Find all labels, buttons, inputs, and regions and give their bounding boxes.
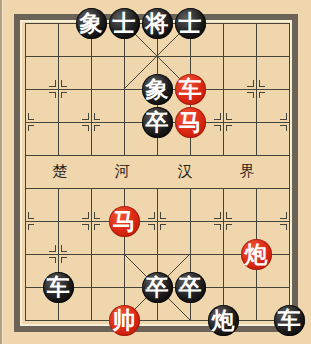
piece-black-soldier[interactable]: 卒	[142, 272, 173, 303]
piece-black-soldier[interactable]: 卒	[175, 272, 206, 303]
piece-glyph: 车	[47, 276, 70, 299]
piece-glyph: 炮	[245, 243, 268, 266]
piece-red-horse[interactable]: 马	[175, 107, 206, 138]
piece-glyph: 帅	[113, 309, 136, 332]
piece-black-soldier[interactable]: 卒	[142, 107, 173, 138]
piece-black-advisor[interactable]: 士	[175, 8, 206, 39]
piece-black-chariot[interactable]: 车	[43, 272, 74, 303]
piece-red-chariot[interactable]: 车	[175, 74, 206, 105]
piece-glyph: 将	[146, 12, 169, 35]
piece-glyph: 卒	[179, 276, 202, 299]
piece-glyph: 炮	[212, 309, 235, 332]
piece-glyph: 车	[278, 309, 301, 332]
piece-black-elephant[interactable]: 象	[142, 74, 173, 105]
piece-glyph: 马	[179, 111, 202, 134]
piece-black-advisor[interactable]: 士	[109, 8, 140, 39]
piece-glyph: 象	[80, 12, 103, 35]
piece-glyph: 象	[146, 78, 169, 101]
piece-glyph: 士	[179, 12, 202, 35]
piece-black-chariot[interactable]: 车	[274, 305, 305, 336]
piece-glyph: 士	[113, 12, 136, 35]
piece-glyph: 马	[113, 210, 136, 233]
piece-red-horse[interactable]: 马	[109, 206, 140, 237]
piece-black-cannon[interactable]: 炮	[208, 305, 239, 336]
piece-red-general[interactable]: 帅	[109, 305, 140, 336]
piece-black-general[interactable]: 将	[142, 8, 173, 39]
piece-black-elephant[interactable]: 象	[76, 8, 107, 39]
piece-red-cannon[interactable]: 炮	[241, 239, 272, 270]
piece-glyph: 卒	[146, 276, 169, 299]
xiangqi-board[interactable]: 楚 河 汉 界 象士将士象车卒马马炮车卒卒帅炮车	[0, 0, 311, 344]
piece-glyph: 车	[179, 78, 202, 101]
piece-glyph: 卒	[146, 111, 169, 134]
